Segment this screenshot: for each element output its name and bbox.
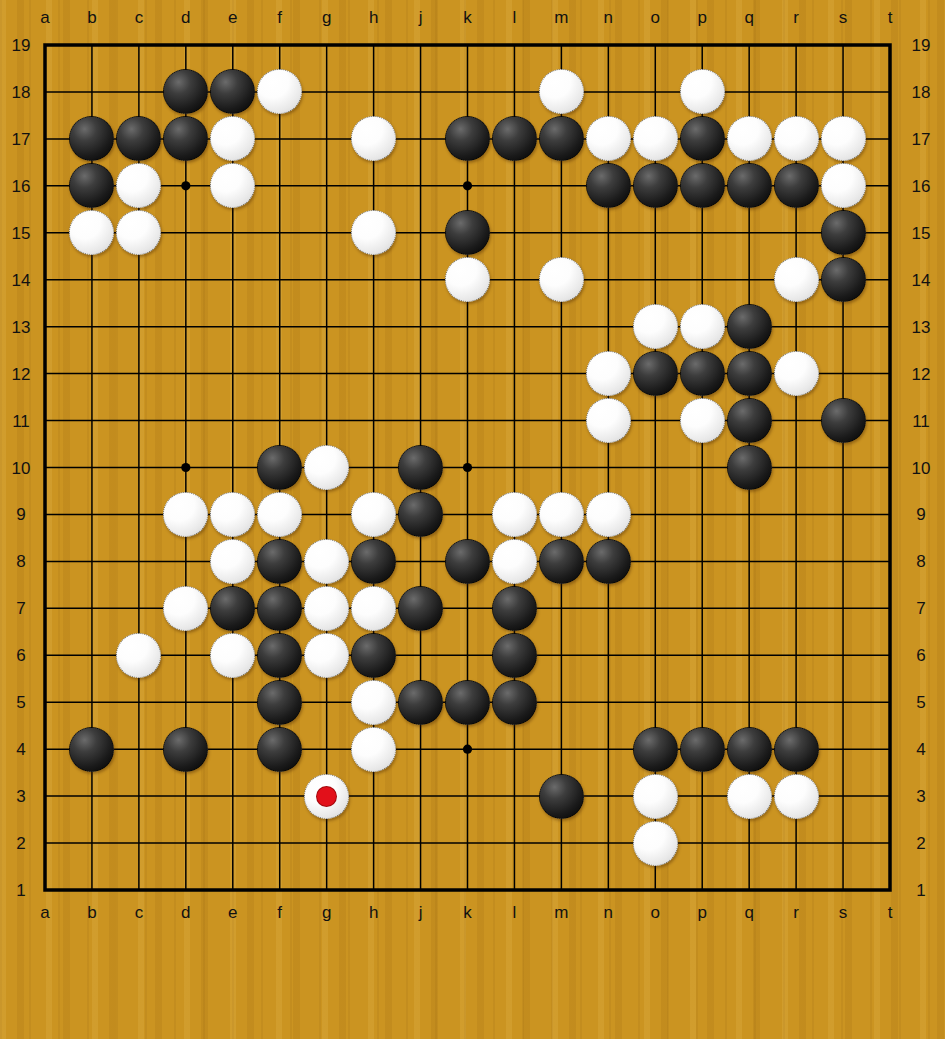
stone-black-q11	[727, 398, 772, 443]
stone-black-q16	[727, 163, 772, 208]
stone-black-s15	[821, 210, 866, 255]
coord-right-15: 15	[912, 224, 931, 241]
coord-left-18: 18	[12, 83, 31, 100]
coord-left-11: 11	[12, 412, 30, 429]
coord-right-14: 14	[912, 271, 931, 288]
stone-black-q4	[727, 727, 772, 772]
coord-right-8: 8	[916, 553, 925, 570]
stone-black-m3	[539, 774, 584, 819]
star-point-d16	[181, 181, 190, 190]
coord-left-4: 4	[16, 741, 25, 758]
coord-top-p: p	[697, 9, 706, 26]
stone-white-k14	[445, 257, 490, 302]
stone-white-r3	[774, 774, 819, 819]
coord-bottom-j: j	[419, 904, 423, 921]
stone-white-s16	[821, 163, 866, 208]
coord-right-3: 3	[916, 788, 925, 805]
stone-white-g8	[304, 539, 349, 584]
coord-bottom-n: n	[604, 904, 613, 921]
coord-bottom-m: m	[554, 904, 568, 921]
stone-white-g6	[304, 633, 349, 678]
stone-black-k5	[445, 680, 490, 725]
coord-left-12: 12	[12, 365, 31, 382]
coord-left-9: 9	[16, 506, 25, 523]
stone-black-b4	[69, 727, 114, 772]
coord-left-2: 2	[16, 835, 25, 852]
coord-top-k: k	[463, 9, 472, 26]
coord-top-f: f	[277, 9, 282, 26]
coord-right-11: 11	[912, 412, 930, 429]
stone-white-q17	[727, 116, 772, 161]
stone-white-p18	[680, 69, 725, 114]
stone-white-p13	[680, 304, 725, 349]
stone-white-r12	[774, 351, 819, 396]
coord-left-1: 1	[16, 882, 25, 899]
stone-black-s11	[821, 398, 866, 443]
stone-black-q13	[727, 304, 772, 349]
stone-white-l9	[492, 492, 537, 537]
coord-top-g: g	[322, 9, 331, 26]
stone-black-f7	[257, 586, 302, 631]
stone-white-f9	[257, 492, 302, 537]
coord-bottom-g: g	[322, 904, 331, 921]
stone-black-o12	[633, 351, 678, 396]
coord-left-7: 7	[16, 600, 25, 617]
stone-white-e9	[210, 492, 255, 537]
coord-left-17: 17	[12, 130, 31, 147]
coord-right-1: 1	[916, 882, 925, 899]
coord-bottom-k: k	[463, 904, 472, 921]
stone-black-p12	[680, 351, 725, 396]
coord-top-r: r	[793, 9, 799, 26]
stone-white-d9	[163, 492, 208, 537]
stone-white-e6	[210, 633, 255, 678]
stone-black-o4	[633, 727, 678, 772]
coord-right-17: 17	[912, 130, 931, 147]
coord-left-15: 15	[12, 224, 31, 241]
last-move-marker	[316, 786, 337, 807]
stone-black-f6	[257, 633, 302, 678]
stone-white-n12	[586, 351, 631, 396]
coord-right-5: 5	[916, 694, 925, 711]
stone-black-r16	[774, 163, 819, 208]
stone-black-j5	[398, 680, 443, 725]
coord-right-2: 2	[916, 835, 925, 852]
coord-top-j: j	[419, 9, 423, 26]
stone-white-s17	[821, 116, 866, 161]
coord-bottom-d: d	[181, 904, 190, 921]
stone-black-f4	[257, 727, 302, 772]
coord-right-12: 12	[912, 365, 931, 382]
stone-black-q12	[727, 351, 772, 396]
coord-bottom-l: l	[513, 904, 517, 921]
coord-top-m: m	[554, 9, 568, 26]
stone-white-o2	[633, 821, 678, 866]
coord-left-13: 13	[12, 318, 31, 335]
stone-white-d7	[163, 586, 208, 631]
stone-white-h7	[351, 586, 396, 631]
coord-bottom-q: q	[744, 904, 753, 921]
coord-left-14: 14	[12, 271, 31, 288]
coord-top-h: h	[369, 9, 378, 26]
stone-black-q10	[727, 445, 772, 490]
coord-bottom-p: p	[697, 904, 706, 921]
star-point-k16	[463, 181, 472, 190]
coord-bottom-c: c	[135, 904, 144, 921]
stone-white-m14	[539, 257, 584, 302]
star-point-d10	[181, 463, 190, 472]
stone-white-c6	[116, 633, 161, 678]
stone-black-h6	[351, 633, 396, 678]
coord-top-d: d	[181, 9, 190, 26]
star-point-k4	[463, 745, 472, 754]
coord-top-a: a	[40, 9, 49, 26]
stone-black-p16	[680, 163, 725, 208]
coord-right-9: 9	[916, 506, 925, 523]
stone-black-f8	[257, 539, 302, 584]
coord-right-16: 16	[912, 177, 931, 194]
stone-black-p17	[680, 116, 725, 161]
stone-white-h5	[351, 680, 396, 725]
coord-top-o: o	[651, 9, 660, 26]
coord-right-13: 13	[912, 318, 931, 335]
coord-left-8: 8	[16, 553, 25, 570]
stone-white-n11	[586, 398, 631, 443]
coord-top-c: c	[135, 9, 144, 26]
coord-right-7: 7	[916, 600, 925, 617]
stone-white-h4	[351, 727, 396, 772]
stone-black-m8	[539, 539, 584, 584]
stone-black-j9	[398, 492, 443, 537]
coord-right-10: 10	[912, 459, 931, 476]
coord-left-6: 6	[16, 647, 25, 664]
coord-left-3: 3	[16, 788, 25, 805]
stone-black-e7	[210, 586, 255, 631]
coord-top-l: l	[513, 9, 517, 26]
stone-white-m9	[539, 492, 584, 537]
stone-white-r14	[774, 257, 819, 302]
stone-white-q3	[727, 774, 772, 819]
coord-top-q: q	[744, 9, 753, 26]
coord-top-t: t	[888, 9, 893, 26]
stone-white-g7	[304, 586, 349, 631]
coord-bottom-e: e	[228, 904, 237, 921]
go-board[interactable]: aabbccddeeffgghhjjkkllmmnnooppqqrrsstt19…	[0, 0, 945, 935]
coord-left-10: 10	[12, 459, 31, 476]
stone-black-p4	[680, 727, 725, 772]
coord-top-b: b	[87, 9, 96, 26]
stone-white-o3	[633, 774, 678, 819]
coord-left-5: 5	[16, 694, 25, 711]
stone-black-k8	[445, 539, 490, 584]
coord-bottom-f: f	[277, 904, 282, 921]
stone-white-r17	[774, 116, 819, 161]
stone-white-h9	[351, 492, 396, 537]
stone-white-g10	[304, 445, 349, 490]
stone-black-l5	[492, 680, 537, 725]
stone-black-j10	[398, 445, 443, 490]
coord-top-s: s	[839, 9, 848, 26]
stone-black-l6	[492, 633, 537, 678]
stone-white-o13	[633, 304, 678, 349]
stone-black-h8	[351, 539, 396, 584]
coord-top-n: n	[604, 9, 613, 26]
stone-black-f10	[257, 445, 302, 490]
stone-black-m17	[539, 116, 584, 161]
stone-black-o16	[633, 163, 678, 208]
coord-right-18: 18	[912, 83, 931, 100]
coord-bottom-o: o	[651, 904, 660, 921]
coord-right-19: 19	[912, 37, 931, 54]
go-app-canvas: aabbccddeeffgghhjjkkllmmnnooppqqrrsstt19…	[0, 0, 945, 1039]
coord-right-6: 6	[916, 647, 925, 664]
coord-right-4: 4	[916, 741, 925, 758]
stone-black-k15	[445, 210, 490, 255]
star-point-k10	[463, 463, 472, 472]
stone-white-n17	[586, 116, 631, 161]
coord-top-e: e	[228, 9, 237, 26]
coord-bottom-h: h	[369, 904, 378, 921]
coord-bottom-t: t	[888, 904, 893, 921]
stone-black-f5	[257, 680, 302, 725]
stone-black-l7	[492, 586, 537, 631]
stone-black-l17	[492, 116, 537, 161]
stone-black-j7	[398, 586, 443, 631]
stone-white-p11	[680, 398, 725, 443]
stone-black-s14	[821, 257, 866, 302]
stone-white-o17	[633, 116, 678, 161]
stone-black-d4	[163, 727, 208, 772]
stone-black-n8	[586, 539, 631, 584]
coord-left-19: 19	[12, 37, 31, 54]
coord-bottom-s: s	[839, 904, 848, 921]
stone-white-n9	[586, 492, 631, 537]
coord-bottom-a: a	[40, 904, 49, 921]
coord-left-16: 16	[12, 177, 31, 194]
stone-black-r4	[774, 727, 819, 772]
stone-white-e8	[210, 539, 255, 584]
stone-black-n16	[586, 163, 631, 208]
stone-white-m18	[539, 69, 584, 114]
stone-white-l8	[492, 539, 537, 584]
coord-bottom-r: r	[793, 904, 799, 921]
coord-bottom-b: b	[87, 904, 96, 921]
